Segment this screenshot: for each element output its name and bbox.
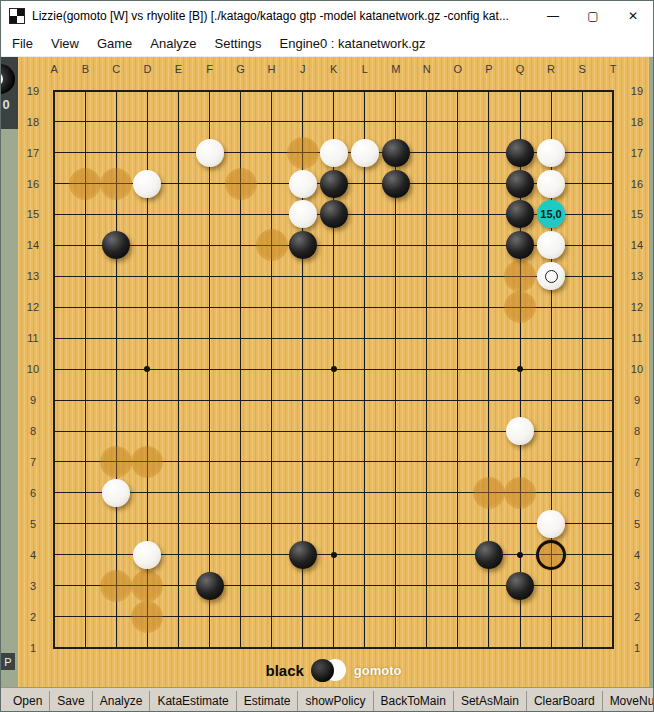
row-label-right: 19 (624, 83, 649, 99)
black-stone[interactable] (382, 170, 410, 198)
row-label-left: 18 (18, 114, 48, 130)
col-label: M (386, 61, 406, 77)
row-label-left: 19 (18, 83, 48, 99)
candidate-move-shadow[interactable] (225, 168, 257, 200)
row-label-right: 5 (624, 516, 649, 532)
black-stone[interactable] (506, 231, 534, 259)
bottom-toolbar: OpenSaveAnalyzeKataEstimateEstimateshowP… (1, 687, 653, 712)
toolbar-button-kataestimate[interactable]: KataEstimate (149, 691, 235, 711)
col-label: P (479, 61, 499, 77)
row-label-left: 1 (18, 640, 48, 656)
turn-label: black (265, 662, 303, 679)
white-stone[interactable] (506, 417, 534, 445)
grid-line (53, 400, 614, 401)
row-label-left: 10 (18, 361, 48, 377)
window-controls: — ▢ ✕ (533, 1, 653, 31)
col-label: O (448, 61, 468, 77)
row-label-right: 18 (624, 114, 649, 130)
black-stone[interactable] (102, 231, 130, 259)
variation-ring-marker (536, 540, 566, 570)
white-stone[interactable] (102, 479, 130, 507)
toolbar-button-showpolicy[interactable]: showPolicy (297, 691, 372, 711)
white-stone[interactable] (133, 541, 161, 569)
toolbar-button-clearboard[interactable]: ClearBoard (526, 691, 602, 711)
white-stone[interactable] (537, 510, 565, 538)
star-point (144, 366, 150, 372)
row-label-left: 15 (18, 206, 48, 222)
row-label-left: 3 (18, 578, 48, 594)
white-stone[interactable] (320, 139, 348, 167)
col-label: G (231, 61, 251, 77)
star-point (331, 552, 337, 558)
title-bar: Lizzie(gomoto [W] vs rhyolite [B]) [./ka… (1, 1, 653, 31)
menu-item-analyze[interactable]: Analyze (141, 36, 205, 51)
best-move-suggestion[interactable]: 15,0 (537, 200, 565, 228)
grid-line (53, 647, 614, 649)
col-label: T (603, 61, 623, 77)
lizzie-window: Lizzie(gomoto [W] vs rhyolite [B]) [./ka… (0, 0, 654, 712)
candidate-move-shadow[interactable] (100, 168, 132, 200)
row-label-right: 7 (624, 454, 649, 470)
main-content: 0 P ABCDEFGHJKLMNOPQRST19191818171716161… (1, 57, 653, 687)
star-point (517, 552, 523, 558)
row-label-right: 16 (624, 176, 649, 192)
toolbar-button-movenumber[interactable]: MoveNumber (602, 691, 653, 711)
toolbar-button-setasmain[interactable]: SetAsMain (453, 691, 526, 711)
star-point (331, 366, 337, 372)
white-stone[interactable] (537, 231, 565, 259)
maximize-icon[interactable]: ▢ (573, 1, 613, 31)
policy-tab[interactable]: P (1, 653, 15, 670)
candidate-move-shadow[interactable] (100, 446, 132, 478)
black-stone[interactable] (196, 572, 224, 600)
row-label-left: 5 (18, 516, 48, 532)
menu-item-game[interactable]: Game (88, 36, 141, 51)
col-label: B (75, 61, 95, 77)
row-label-left: 16 (18, 176, 48, 192)
row-label-right: 8 (624, 423, 649, 439)
black-stone[interactable] (289, 541, 317, 569)
row-label-left: 11 (18, 330, 48, 346)
player-name: gomoto (354, 663, 402, 678)
row-label-right: 1 (624, 640, 649, 656)
toolbar-button-open[interactable]: Open (6, 691, 49, 711)
black-stone[interactable] (320, 170, 348, 198)
row-label-left: 8 (18, 423, 48, 439)
candidate-move-shadow[interactable] (256, 229, 288, 261)
black-stone[interactable] (506, 170, 534, 198)
black-stone[interactable] (382, 139, 410, 167)
white-stone[interactable] (196, 139, 224, 167)
candidate-move-shadow[interactable] (100, 570, 132, 602)
col-label: N (417, 61, 437, 77)
col-label: Q (510, 61, 530, 77)
close-icon[interactable]: ✕ (613, 1, 653, 31)
col-label: A (44, 61, 64, 77)
row-label-right: 6 (624, 485, 649, 501)
window-title: Lizzie(gomoto [W] vs rhyolite [B]) [./ka… (32, 9, 509, 23)
row-label-left: 12 (18, 299, 48, 315)
app-icon (9, 8, 25, 24)
menu-item-engine0-katanetwork-gz[interactable]: Engine0 : katanetwork.gz (271, 36, 435, 51)
candidate-move-shadow[interactable] (504, 477, 536, 509)
black-stone-icon (1, 64, 15, 94)
col-label: C (106, 61, 126, 77)
row-label-right: 11 (624, 330, 649, 346)
row-label-right: 13 (624, 268, 649, 284)
candidate-move-shadow[interactable] (287, 137, 319, 169)
col-label: J (293, 61, 313, 77)
candidate-move-shadow[interactable] (504, 291, 536, 323)
minimize-icon[interactable]: — (533, 1, 573, 31)
col-label: R (541, 61, 561, 77)
col-label: D (137, 61, 157, 77)
row-label-right: 2 (624, 609, 649, 625)
white-stone[interactable] (133, 170, 161, 198)
grid-line (53, 90, 614, 92)
menu-item-view[interactable]: View (42, 36, 88, 51)
menu-item-file[interactable]: File (3, 36, 42, 51)
candidate-move-shadow[interactable] (504, 260, 536, 292)
toolbar-button-estimate[interactable]: Estimate (236, 691, 298, 711)
row-label-left: 9 (18, 392, 48, 408)
col-label: E (168, 61, 188, 77)
row-label-right: 9 (624, 392, 649, 408)
white-stone[interactable] (537, 170, 565, 198)
row-label-right: 14 (624, 237, 649, 253)
candidate-move-shadow[interactable] (131, 446, 163, 478)
grid-line (53, 121, 614, 122)
toolbar-button-save[interactable]: Save (49, 691, 91, 711)
white-stone[interactable] (289, 170, 317, 198)
row-label-right: 12 (624, 299, 649, 315)
col-label: F (200, 61, 220, 77)
turn-banner: black gomoto (18, 659, 649, 681)
candidate-move-shadow[interactable] (131, 601, 163, 633)
left-side-panel: 0 P (1, 57, 18, 687)
black-stone[interactable] (320, 200, 348, 228)
row-label-right: 10 (624, 361, 649, 377)
row-label-left: 17 (18, 145, 48, 161)
toolbar-button-backtomain[interactable]: BackToMain (373, 691, 453, 711)
row-label-left: 14 (18, 237, 48, 253)
row-label-right: 15 (624, 206, 649, 222)
menu-item-settings[interactable]: Settings (206, 36, 271, 51)
col-label: S (572, 61, 592, 77)
row-label-left: 13 (18, 268, 48, 284)
candidate-move-shadow[interactable] (69, 168, 101, 200)
row-label-left: 6 (18, 485, 48, 501)
black-stone[interactable] (475, 541, 503, 569)
black-stone[interactable] (506, 139, 534, 167)
candidate-move-shadow[interactable] (131, 570, 163, 602)
black-stone[interactable] (506, 200, 534, 228)
row-label-right: 17 (624, 145, 649, 161)
grid-line (53, 338, 614, 339)
white-stone[interactable] (537, 139, 565, 167)
star-point (517, 366, 523, 372)
row-label-left: 7 (18, 454, 48, 470)
toolbar-button-analyze[interactable]: Analyze (92, 691, 150, 711)
col-label: K (324, 61, 344, 77)
black-stone[interactable] (289, 231, 317, 259)
col-label: H (262, 61, 282, 77)
row-label-right: 3 (624, 578, 649, 594)
row-label-left: 4 (18, 547, 48, 563)
white-stone[interactable] (289, 200, 317, 228)
grid-line (53, 523, 614, 524)
row-label-left: 2 (18, 609, 48, 625)
candidate-move-shadow[interactable] (473, 477, 505, 509)
capture-count: 0 (1, 97, 15, 112)
row-label-right: 4 (624, 547, 649, 563)
last-move-marker (545, 270, 558, 283)
white-stone[interactable] (351, 139, 379, 167)
right-edge-strip (649, 57, 653, 687)
black-stone[interactable] (506, 572, 534, 600)
turn-stone-icon (311, 659, 347, 681)
capture-panel: 0 (1, 57, 18, 129)
menu-bar: FileViewGameAnalyzeSettingsEngine0 : kat… (1, 31, 653, 57)
col-label: L (355, 61, 375, 77)
go-board[interactable]: ABCDEFGHJKLMNOPQRST191918181717161615151… (18, 57, 649, 687)
